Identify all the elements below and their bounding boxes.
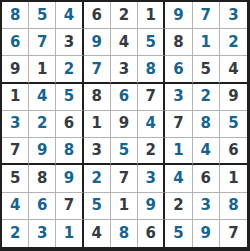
filled-digit: 5	[228, 116, 238, 131]
cell-r2c5[interactable]: 4	[111, 29, 138, 56]
cell-r8c2[interactable]: 6	[29, 193, 56, 220]
cell-r3c5[interactable]: 3	[111, 56, 138, 83]
cell-r2c8[interactable]: 1	[193, 29, 220, 56]
given-digit: 6	[146, 226, 156, 241]
filled-digit: 4	[146, 116, 156, 131]
cell-r8c7[interactable]: 2	[165, 193, 192, 220]
filled-digit: 3	[146, 171, 156, 186]
filled-digit: 2	[37, 116, 47, 131]
given-digit: 7	[173, 116, 183, 131]
given-digit: 7	[10, 143, 20, 158]
sudoku-board: 8546219736739458129127386541458673293261…	[0, 0, 250, 251]
cell-r2c1[interactable]: 6	[2, 29, 29, 56]
cell-r7c1[interactable]: 5	[2, 165, 29, 192]
cell-r1c8[interactable]: 7	[193, 2, 220, 29]
cell-r4c2[interactable]: 4	[29, 84, 56, 111]
cell-r5c5[interactable]: 9	[111, 111, 138, 138]
filled-digit: 4	[10, 198, 20, 213]
cell-r7c9[interactable]: 1	[220, 165, 247, 192]
cell-r5c3[interactable]: 6	[56, 111, 83, 138]
cell-r2c6[interactable]: 5	[138, 29, 165, 56]
cell-r8c8[interactable]: 3	[193, 193, 220, 220]
cell-r2c7[interactable]: 8	[165, 29, 192, 56]
cell-r5c9[interactable]: 5	[220, 111, 247, 138]
cell-r4c5[interactable]: 6	[111, 84, 138, 111]
filled-digit: 8	[64, 143, 74, 158]
filled-digit: 1	[200, 35, 210, 50]
given-digit: 7	[119, 171, 129, 186]
given-digit: 3	[64, 35, 74, 50]
cell-r7c3[interactable]: 9	[56, 165, 83, 192]
given-digit: 4	[228, 62, 238, 77]
given-digit: 6	[200, 171, 210, 186]
filled-digit: 6	[173, 62, 183, 77]
cell-r5c6[interactable]: 4	[138, 111, 165, 138]
cell-r3c8[interactable]: 5	[193, 56, 220, 83]
filled-digit: 9	[64, 171, 74, 186]
cell-r2c9[interactable]: 2	[220, 29, 247, 56]
cell-r9c9[interactable]: 7	[220, 220, 247, 247]
cell-r5c7[interactable]: 7	[165, 111, 192, 138]
cell-r6c2[interactable]: 9	[29, 138, 56, 165]
filled-digit: 5	[146, 35, 156, 50]
filled-digit: 9	[37, 143, 47, 158]
cell-r5c8[interactable]: 8	[193, 111, 220, 138]
cell-r7c7[interactable]: 4	[165, 165, 192, 192]
filled-digit: 3	[173, 89, 183, 104]
filled-digit: 1	[173, 143, 183, 158]
given-digit: 1	[10, 89, 20, 104]
cell-r3c2[interactable]: 1	[29, 56, 56, 83]
cell-r2c2[interactable]: 7	[29, 29, 56, 56]
cell-r6c7[interactable]: 1	[165, 138, 192, 165]
given-digit: 7	[146, 89, 156, 104]
cell-r8c5[interactable]: 1	[111, 193, 138, 220]
cell-r4c3[interactable]: 5	[56, 84, 83, 111]
given-digit: 1	[228, 171, 238, 186]
filled-digit: 9	[146, 198, 156, 213]
cell-r9c6[interactable]: 6	[138, 220, 165, 247]
given-digit: 5	[10, 171, 20, 186]
filled-digit: 9	[92, 35, 102, 50]
given-digit: 8	[37, 171, 47, 186]
cell-r1c6[interactable]: 1	[138, 2, 165, 29]
cell-r9c7[interactable]: 5	[165, 220, 192, 247]
filled-digit: 9	[173, 8, 183, 23]
given-digit: 9	[119, 116, 129, 131]
filled-digit: 5	[173, 226, 183, 241]
filled-digit: 6	[119, 89, 129, 104]
filled-digit: 7	[37, 35, 47, 50]
filled-digit: 7	[200, 8, 210, 23]
given-digit: 1	[92, 116, 102, 131]
filled-digit: 8	[119, 226, 129, 241]
given-digit: 8	[173, 35, 183, 50]
cell-r9c8[interactable]: 9	[193, 220, 220, 247]
cell-r6c4[interactable]: 3	[84, 138, 111, 165]
filled-digit: 3	[200, 198, 210, 213]
cell-r3c7[interactable]: 6	[165, 56, 192, 83]
filled-digit: 5	[92, 198, 102, 213]
cell-r4c1[interactable]: 1	[2, 84, 29, 111]
cell-r8c1[interactable]: 4	[2, 193, 29, 220]
filled-digit: 9	[200, 226, 210, 241]
cell-r9c4[interactable]: 4	[84, 220, 111, 247]
filled-digit: 2	[64, 62, 74, 77]
cell-r3c6[interactable]: 8	[138, 56, 165, 83]
given-digit: 6	[92, 8, 102, 23]
given-digit: 3	[92, 143, 102, 158]
cell-r2c4[interactable]: 9	[84, 29, 111, 56]
filled-digit: 7	[92, 62, 102, 77]
given-digit: 2	[119, 8, 129, 23]
given-digit: 1	[37, 62, 47, 77]
cell-r1c2[interactable]: 5	[29, 2, 56, 29]
filled-digit: 4	[37, 89, 47, 104]
given-digit: 6	[64, 116, 74, 131]
cell-r6c6[interactable]: 2	[138, 138, 165, 165]
filled-digit: 8	[146, 62, 156, 77]
cell-r9c5[interactable]: 8	[111, 220, 138, 247]
cell-r4c7[interactable]: 3	[165, 84, 192, 111]
filled-digit: 5	[119, 143, 129, 158]
cell-r8c6[interactable]: 9	[138, 193, 165, 220]
cell-r9c2[interactable]: 3	[29, 220, 56, 247]
filled-digit: 2	[200, 89, 210, 104]
given-digit: 4	[119, 35, 129, 50]
cell-r6c1[interactable]: 7	[2, 138, 29, 165]
given-digit: 1	[146, 8, 156, 23]
cell-r1c3[interactable]: 4	[56, 2, 83, 29]
filled-digit: 6	[10, 35, 20, 50]
cell-r7c2[interactable]: 8	[29, 165, 56, 192]
given-digit: 2	[173, 198, 183, 213]
given-digit: 8	[92, 89, 102, 104]
filled-digit: 1	[64, 226, 74, 241]
cell-r5c4[interactable]: 1	[84, 111, 111, 138]
filled-digit: 2	[10, 226, 20, 241]
cell-r7c4[interactable]: 2	[84, 165, 111, 192]
cell-r4c4[interactable]: 8	[84, 84, 111, 111]
cell-r6c5[interactable]: 5	[111, 138, 138, 165]
cell-r1c7[interactable]: 9	[165, 2, 192, 29]
given-digit: 7	[228, 226, 238, 241]
cell-r9c3[interactable]: 1	[56, 220, 83, 247]
cell-r8c9[interactable]: 8	[220, 193, 247, 220]
filled-digit: 4	[64, 8, 74, 23]
filled-digit: 3	[10, 116, 20, 131]
given-digit: 4	[92, 226, 102, 241]
filled-digit: 4	[173, 171, 183, 186]
cell-r2c3[interactable]: 3	[56, 29, 83, 56]
cell-r7c5[interactable]: 7	[111, 165, 138, 192]
filled-digit: 3	[37, 226, 47, 241]
filled-digit: 2	[92, 171, 102, 186]
given-digit: 3	[119, 62, 129, 77]
cell-r3c1[interactable]: 9	[2, 56, 29, 83]
filled-digit: 5	[64, 89, 74, 104]
cell-r1c4[interactable]: 6	[84, 2, 111, 29]
cell-r1c1[interactable]: 8	[2, 2, 29, 29]
given-digit: 2	[146, 143, 156, 158]
given-digit: 9	[10, 62, 20, 77]
cell-r4c9[interactable]: 9	[220, 84, 247, 111]
filled-digit: 2	[228, 35, 238, 50]
cell-r3c9[interactable]: 4	[220, 56, 247, 83]
cell-r8c3[interactable]: 7	[56, 193, 83, 220]
cell-r5c1[interactable]: 3	[2, 111, 29, 138]
filled-digit: 8	[200, 116, 210, 131]
cell-r5c2[interactable]: 2	[29, 111, 56, 138]
filled-digit: 4	[200, 143, 210, 158]
filled-digit: 8	[228, 198, 238, 213]
given-digit: 7	[64, 198, 74, 213]
cell-r3c4[interactable]: 7	[84, 56, 111, 83]
filled-digit: 6	[37, 198, 47, 213]
cell-r4c6[interactable]: 7	[138, 84, 165, 111]
cell-r6c3[interactable]: 8	[56, 138, 83, 165]
given-digit: 9	[228, 89, 238, 104]
cell-r3c3[interactable]: 2	[56, 56, 83, 83]
cell-r9c1[interactable]: 2	[2, 220, 29, 247]
filled-digit: 8	[10, 8, 20, 23]
cell-r4c8[interactable]: 2	[193, 84, 220, 111]
cell-r6c9[interactable]: 6	[220, 138, 247, 165]
cell-r1c9[interactable]: 3	[220, 2, 247, 29]
given-digit: 5	[200, 62, 210, 77]
filled-digit: 5	[37, 8, 47, 23]
cell-r1c5[interactable]: 2	[111, 2, 138, 29]
cell-r7c6[interactable]: 3	[138, 165, 165, 192]
cell-r8c4[interactable]: 5	[84, 193, 111, 220]
filled-digit: 3	[228, 8, 238, 23]
cell-r7c8[interactable]: 6	[193, 165, 220, 192]
cell-r6c8[interactable]: 4	[193, 138, 220, 165]
given-digit: 6	[228, 143, 238, 158]
given-digit: 1	[119, 198, 129, 213]
